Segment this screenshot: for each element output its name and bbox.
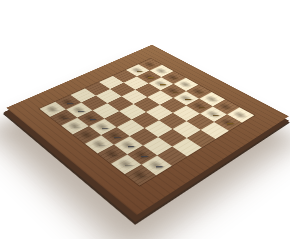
piece-white-rook-a1: ♜ [121,153,158,179]
board-grid: ♜♞♝♚♛♝♞♜♟♟♟♟♟♟♟♟♟♟♟♟♟♟♟♟♜♞♝♚♛♝♞♜ [40,58,255,185]
chess-board: ♜♞♝♚♛♝♞♜♟♟♟♟♟♟♟♟♟♟♟♟♟♟♟♟♜♞♝♚♛♝♞♜ [6,44,289,214]
square-a7: ♟ [214,114,242,130]
piece-black-pawn-a7: ♟ [211,106,244,126]
photo-canvas: ♜♞♝♚♛♝♞♜♟♟♟♟♟♟♟♟♟♟♟♟♟♟♟♟♜♞♝♚♛♝♞♜ [0,0,290,239]
square-a1: ♜ [125,164,156,185]
square-a6 [201,121,229,138]
scene: ♜♞♝♚♛♝♞♜♟♟♟♟♟♟♟♟♟♟♟♟♟♟♟♟♜♞♝♚♛♝♞♜ [0,0,290,239]
